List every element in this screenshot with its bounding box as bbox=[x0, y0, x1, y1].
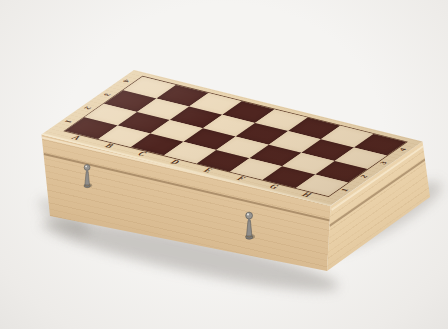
clasp-latch-right-icon bbox=[242, 210, 256, 240]
chess-box-photo: ABCDEFGH11223344 bbox=[0, 0, 448, 329]
clasp-latch-left-icon bbox=[81, 162, 93, 189]
